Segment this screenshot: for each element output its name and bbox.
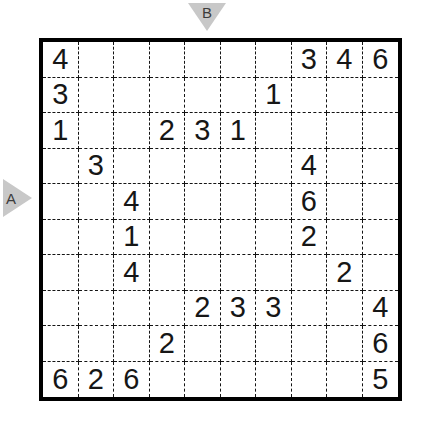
cell-r1c3[interactable] [114, 42, 150, 78]
marker-a-label: A [6, 179, 16, 217]
puzzle-page: B A 4346311231344612422334266265 [0, 0, 441, 439]
cell-r7c1[interactable] [43, 255, 79, 291]
clue-number: 6 [372, 45, 388, 74]
cell-r8c8[interactable] [292, 291, 328, 327]
clue-number: 2 [194, 293, 210, 322]
cell-r3c8[interactable] [292, 113, 328, 149]
cell-r7c10[interactable] [363, 255, 399, 291]
cell-r1c5[interactable] [185, 42, 221, 78]
cell-r1c2[interactable] [79, 42, 115, 78]
cell-r1c6[interactable] [221, 42, 257, 78]
cell-r4c1[interactable] [43, 149, 79, 185]
cell-r4c2[interactable]: 3 [79, 149, 115, 185]
clue-number: 2 [159, 329, 175, 358]
cell-r4c10[interactable] [363, 149, 399, 185]
cell-r2c1[interactable]: 3 [43, 78, 79, 114]
cell-r5c9[interactable] [327, 184, 363, 220]
cell-r3c10[interactable] [363, 113, 399, 149]
clue-number: 4 [52, 45, 68, 74]
cell-r5c2[interactable] [79, 184, 115, 220]
cell-r2c9[interactable] [327, 78, 363, 114]
clue-number: 3 [301, 45, 317, 74]
cell-r5c6[interactable] [221, 184, 257, 220]
cell-r10c1[interactable]: 6 [43, 362, 79, 398]
cell-r4c8[interactable]: 4 [292, 149, 328, 185]
cell-r6c10[interactable] [363, 220, 399, 256]
cell-r10c6[interactable] [221, 362, 257, 398]
cell-r9c10[interactable]: 6 [363, 326, 399, 362]
clue-number: 4 [123, 258, 139, 287]
cell-r8c4[interactable] [150, 291, 186, 327]
cell-r2c8[interactable] [292, 78, 328, 114]
cell-r8c3[interactable] [114, 291, 150, 327]
cell-r2c10[interactable] [363, 78, 399, 114]
clue-number: 4 [123, 187, 139, 216]
cell-r6c6[interactable] [221, 220, 257, 256]
clue-number: 1 [230, 116, 246, 145]
cell-r1c9[interactable]: 4 [327, 42, 363, 78]
cell-r2c7[interactable]: 1 [256, 78, 292, 114]
clue-number: 2 [336, 258, 352, 287]
cell-r10c10[interactable]: 5 [363, 362, 399, 398]
marker-b: B [188, 3, 226, 31]
cell-r6c1[interactable] [43, 220, 79, 256]
cell-r4c5[interactable] [185, 149, 221, 185]
cell-r9c1[interactable] [43, 326, 79, 362]
cell-r9c2[interactable] [79, 326, 115, 362]
cell-r9c8[interactable] [292, 326, 328, 362]
cell-r10c7[interactable] [256, 362, 292, 398]
cell-r2c3[interactable] [114, 78, 150, 114]
cell-r6c3[interactable]: 1 [114, 220, 150, 256]
cell-r10c9[interactable] [327, 362, 363, 398]
cell-r7c7[interactable] [256, 255, 292, 291]
cell-r8c6[interactable]: 3 [221, 291, 257, 327]
cell-r3c5[interactable]: 3 [185, 113, 221, 149]
cell-r4c6[interactable] [221, 149, 257, 185]
clue-number: 6 [123, 365, 139, 394]
cell-r10c2[interactable]: 2 [79, 362, 115, 398]
cell-r4c3[interactable] [114, 149, 150, 185]
cell-r5c3[interactable]: 4 [114, 184, 150, 220]
clue-number: 4 [336, 45, 352, 74]
cell-r7c6[interactable] [221, 255, 257, 291]
cell-r1c4[interactable] [150, 42, 186, 78]
cell-r9c9[interactable] [327, 326, 363, 362]
clue-number: 4 [372, 293, 388, 322]
cell-r2c2[interactable] [79, 78, 115, 114]
clue-number: 1 [52, 116, 68, 145]
clue-number: 1 [265, 80, 281, 109]
cell-r2c5[interactable] [185, 78, 221, 114]
clue-number: 6 [52, 365, 68, 394]
cell-r8c1[interactable] [43, 291, 79, 327]
clue-number: 2 [301, 222, 317, 251]
cell-r3c7[interactable] [256, 113, 292, 149]
cell-r6c4[interactable] [150, 220, 186, 256]
cell-r8c2[interactable] [79, 291, 115, 327]
clue-number: 2 [88, 365, 104, 394]
puzzle-grid: 4346311231344612422334266265 [39, 38, 402, 401]
clue-number: 3 [52, 80, 68, 109]
cell-r9c6[interactable] [221, 326, 257, 362]
cell-r4c9[interactable] [327, 149, 363, 185]
cell-r10c5[interactable] [185, 362, 221, 398]
cell-r1c7[interactable] [256, 42, 292, 78]
cell-r6c5[interactable] [185, 220, 221, 256]
clue-number: 4 [301, 151, 317, 180]
cell-r3c3[interactable] [114, 113, 150, 149]
cell-r5c5[interactable] [185, 184, 221, 220]
cell-r3c4[interactable]: 2 [150, 113, 186, 149]
cell-r9c7[interactable] [256, 326, 292, 362]
cell-r7c3[interactable]: 4 [114, 255, 150, 291]
cell-r3c6[interactable]: 1 [221, 113, 257, 149]
cell-r1c1[interactable]: 4 [43, 42, 79, 78]
marker-a: A [3, 179, 32, 217]
cell-r1c10[interactable]: 6 [363, 42, 399, 78]
cell-r7c5[interactable] [185, 255, 221, 291]
clue-number: 1 [123, 222, 139, 251]
clue-number: 5 [372, 365, 388, 394]
cell-r10c4[interactable] [150, 362, 186, 398]
cell-r9c4[interactable]: 2 [150, 326, 186, 362]
cell-r8c7[interactable]: 3 [256, 291, 292, 327]
cell-r10c3[interactable]: 6 [114, 362, 150, 398]
cell-r5c4[interactable] [150, 184, 186, 220]
cell-r5c10[interactable] [363, 184, 399, 220]
cell-r5c1[interactable] [43, 184, 79, 220]
cell-r8c5[interactable]: 2 [185, 291, 221, 327]
clue-number: 6 [301, 187, 317, 216]
clue-number: 2 [159, 116, 175, 145]
marker-b-label: B [188, 4, 226, 21]
cell-r2c4[interactable] [150, 78, 186, 114]
cell-r6c7[interactable] [256, 220, 292, 256]
cell-r4c7[interactable] [256, 149, 292, 185]
cell-r3c2[interactable] [79, 113, 115, 149]
cell-r5c7[interactable] [256, 184, 292, 220]
cell-r7c4[interactable] [150, 255, 186, 291]
cell-r10c8[interactable] [292, 362, 328, 398]
cell-r8c10[interactable]: 4 [363, 291, 399, 327]
cell-r9c5[interactable] [185, 326, 221, 362]
cell-r6c9[interactable] [327, 220, 363, 256]
cell-r4c4[interactable] [150, 149, 186, 185]
cell-r3c9[interactable] [327, 113, 363, 149]
cell-r7c9[interactable]: 2 [327, 255, 363, 291]
clue-number: 3 [265, 293, 281, 322]
clue-number: 6 [372, 329, 388, 358]
cell-r7c8[interactable] [292, 255, 328, 291]
cell-r6c8[interactable]: 2 [292, 220, 328, 256]
cell-r6c2[interactable] [79, 220, 115, 256]
clue-number: 3 [230, 293, 246, 322]
cell-r9c3[interactable] [114, 326, 150, 362]
cell-r3c1[interactable]: 1 [43, 113, 79, 149]
clue-number: 3 [194, 116, 210, 145]
clue-number: 3 [88, 151, 104, 180]
cell-r8c9[interactable] [327, 291, 363, 327]
cell-r7c2[interactable] [79, 255, 115, 291]
cell-r1c8[interactable]: 3 [292, 42, 328, 78]
cell-r5c8[interactable]: 6 [292, 184, 328, 220]
cell-r2c6[interactable] [221, 78, 257, 114]
